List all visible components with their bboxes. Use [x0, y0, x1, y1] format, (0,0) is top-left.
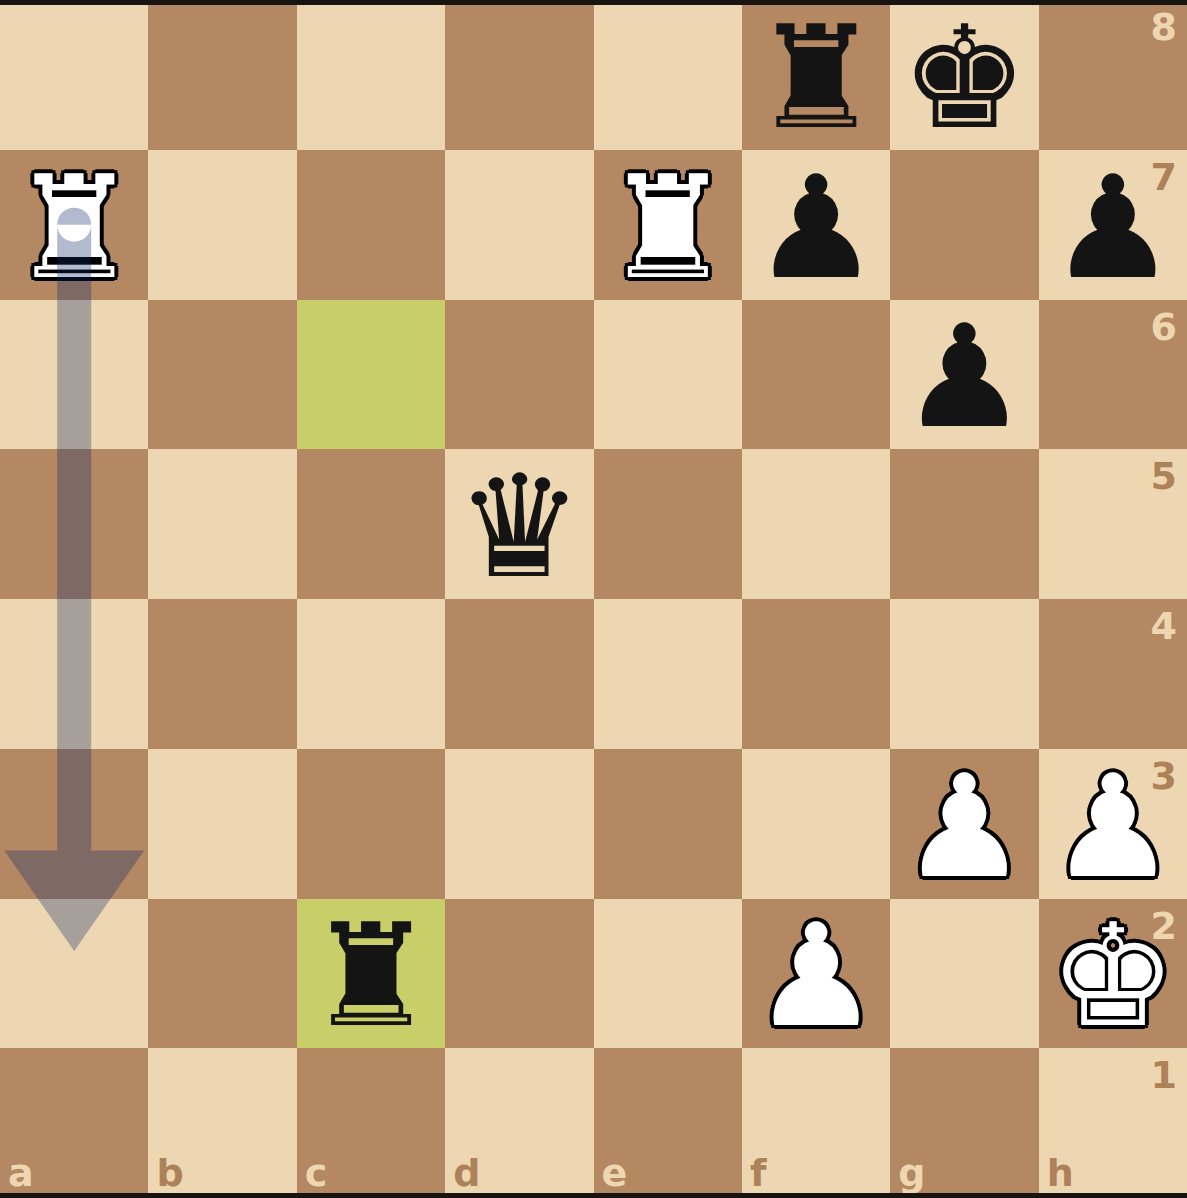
square-a7[interactable]: ♜	[0, 150, 148, 300]
square-g2[interactable]	[890, 899, 1038, 1049]
square-d8[interactable]	[445, 0, 593, 150]
square-h1[interactable]: 1h	[1039, 1048, 1187, 1198]
square-b4[interactable]	[148, 599, 296, 749]
square-c6[interactable]	[297, 300, 445, 450]
bottom-frame-bar	[0, 1193, 1187, 1198]
square-f8[interactable]: ♜	[742, 0, 890, 150]
square-h6[interactable]: 6	[1039, 300, 1187, 450]
square-f4[interactable]	[742, 599, 890, 749]
file-label-g: g	[898, 1154, 925, 1192]
square-g7[interactable]	[890, 150, 1038, 300]
rank-label-7: 7	[1151, 158, 1177, 196]
square-e4[interactable]	[594, 599, 742, 749]
square-g3[interactable]: ♟	[890, 749, 1038, 899]
square-e6[interactable]	[594, 300, 742, 450]
square-b8[interactable]	[148, 0, 296, 150]
file-label-f: f	[750, 1154, 767, 1192]
black-rook[interactable]: ♜	[307, 905, 434, 1047]
square-a3[interactable]	[0, 749, 148, 899]
file-label-a: a	[8, 1154, 34, 1192]
square-e2[interactable]	[594, 899, 742, 1049]
rank-label-1: 1	[1151, 1056, 1177, 1094]
square-f5[interactable]	[742, 449, 890, 599]
rank-label-4: 4	[1151, 607, 1177, 645]
file-label-c: c	[305, 1154, 328, 1192]
square-c5[interactable]	[297, 449, 445, 599]
square-c4[interactable]	[297, 599, 445, 749]
square-b7[interactable]	[148, 150, 296, 300]
square-c7[interactable]	[297, 150, 445, 300]
black-queen[interactable]: ♛	[456, 456, 583, 598]
square-c1[interactable]: c	[297, 1048, 445, 1198]
black-pawn[interactable]: ♟	[752, 157, 879, 299]
square-g5[interactable]	[890, 449, 1038, 599]
square-a2[interactable]	[0, 899, 148, 1049]
rank-label-6: 6	[1151, 308, 1177, 346]
square-a6[interactable]	[0, 300, 148, 450]
top-frame-bar	[0, 0, 1187, 5]
square-e5[interactable]	[594, 449, 742, 599]
white-pawn[interactable]: ♟	[901, 756, 1028, 898]
square-f2[interactable]: ♟	[742, 899, 890, 1049]
square-f6[interactable]	[742, 300, 890, 450]
square-a4[interactable]	[0, 599, 148, 749]
square-h5[interactable]: 5	[1039, 449, 1187, 599]
square-f3[interactable]	[742, 749, 890, 899]
chess-board: ♜♚8♜♜♟7♟♟6♛54♟3♟♜♟2♚abcdefg1h	[0, 0, 1187, 1198]
square-e1[interactable]: e	[594, 1048, 742, 1198]
square-h7[interactable]: 7♟	[1039, 150, 1187, 300]
square-d7[interactable]	[445, 150, 593, 300]
white-pawn[interactable]: ♟	[752, 905, 879, 1047]
square-f7[interactable]: ♟	[742, 150, 890, 300]
rank-label-8: 8	[1151, 8, 1177, 46]
white-rook[interactable]: ♜	[11, 157, 138, 299]
white-rook[interactable]: ♜	[604, 157, 731, 299]
square-b5[interactable]	[148, 449, 296, 599]
black-rook[interactable]: ♜	[752, 7, 879, 149]
square-a8[interactable]	[0, 0, 148, 150]
file-label-h: h	[1047, 1154, 1074, 1192]
square-e3[interactable]	[594, 749, 742, 899]
square-h2[interactable]: 2♚	[1039, 899, 1187, 1049]
square-e8[interactable]	[594, 0, 742, 150]
square-c8[interactable]	[297, 0, 445, 150]
square-d6[interactable]	[445, 300, 593, 450]
square-c3[interactable]	[297, 749, 445, 899]
black-king[interactable]: ♚	[901, 7, 1028, 149]
square-c2[interactable]: ♜	[297, 899, 445, 1049]
square-b1[interactable]: b	[148, 1048, 296, 1198]
square-d3[interactable]	[445, 749, 593, 899]
rank-label-2: 2	[1151, 907, 1177, 945]
square-a5[interactable]	[0, 449, 148, 599]
file-label-e: e	[602, 1154, 628, 1192]
square-h8[interactable]: 8	[1039, 0, 1187, 150]
black-pawn[interactable]: ♟	[901, 306, 1028, 448]
chess-board-view: ♜♚8♜♜♟7♟♟6♛54♟3♟♜♟2♚abcdefg1h	[0, 0, 1187, 1198]
square-g8[interactable]: ♚	[890, 0, 1038, 150]
square-e7[interactable]: ♜	[594, 150, 742, 300]
square-b6[interactable]	[148, 300, 296, 450]
square-d1[interactable]: d	[445, 1048, 593, 1198]
file-label-d: d	[453, 1154, 480, 1192]
rank-label-3: 3	[1151, 757, 1177, 795]
square-b2[interactable]	[148, 899, 296, 1049]
square-d4[interactable]	[445, 599, 593, 749]
square-g6[interactable]: ♟	[890, 300, 1038, 450]
square-b3[interactable]	[148, 749, 296, 899]
square-g4[interactable]	[890, 599, 1038, 749]
square-f1[interactable]: f	[742, 1048, 890, 1198]
file-label-b: b	[156, 1154, 183, 1192]
square-g1[interactable]: g	[890, 1048, 1038, 1198]
square-h3[interactable]: 3♟	[1039, 749, 1187, 899]
square-d2[interactable]	[445, 899, 593, 1049]
square-d5[interactable]: ♛	[445, 449, 593, 599]
rank-label-5: 5	[1151, 457, 1177, 495]
square-h4[interactable]: 4	[1039, 599, 1187, 749]
square-a1[interactable]: a	[0, 1048, 148, 1198]
